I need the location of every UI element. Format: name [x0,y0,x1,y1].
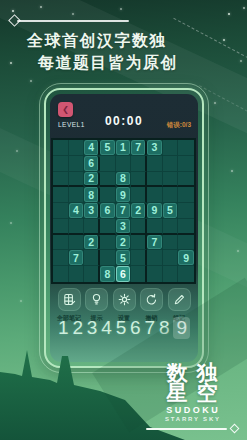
sudoku-cell-r8c7[interactable] [147,250,163,266]
logo-zh-line2: 星空 [146,383,247,403]
star [10,62,12,64]
sudoku-cell-r4c7[interactable] [147,187,163,203]
bulb-icon [90,293,103,306]
logo-en-line2: STARRY SKY [146,416,240,422]
logo-rule-diamond-icon [230,424,240,434]
sudoku-cell-r1c5[interactable]: 1 [116,140,132,156]
gear-icon [118,293,131,306]
sudoku-cell-r4c6[interactable] [131,187,147,203]
sudoku-cell-r3c5[interactable]: 8 [116,172,132,188]
hero-title-line2: 每道题目皆为原创 [38,53,178,74]
sudoku-cell-r2c8[interactable] [163,156,179,172]
sudoku-cell-r6c8[interactable] [163,219,179,235]
shooting-star-streak [199,85,247,112]
sudoku-cell-r1c6[interactable]: 7 [131,140,147,156]
star [16,150,18,152]
logo-rule-bar [146,428,227,430]
sudoku-cell-r9c8[interactable] [163,266,179,282]
sudoku-cell-r8c5[interactable]: 5 [116,250,132,266]
sudoku-cell-r8c8[interactable] [163,250,179,266]
star [223,39,225,41]
设置-button[interactable] [113,288,136,311]
sudoku-cell-r9c9[interactable] [178,266,194,282]
sudoku-cell-r4c2[interactable] [69,187,85,203]
提示-button[interactable] [85,288,108,311]
sudoku-cell-r8c6[interactable] [131,250,147,266]
sudoku-cell-r7c5[interactable]: 2 [116,235,132,251]
sudoku-cell-r2c1[interactable] [53,156,69,172]
star [228,13,230,15]
sudoku-cell-r1c4[interactable]: 5 [100,140,116,156]
sudoku-cell-r5c7[interactable]: 9 [147,203,163,219]
sudoku-cell-r4c3[interactable]: 8 [84,187,100,203]
logo-zh-line1: 数独 [146,363,247,383]
title-rule-line [17,20,129,22]
logo-rule [146,425,238,432]
sudoku-cell-r5c6[interactable]: 2 [131,203,147,219]
sudoku-cell-r4c4[interactable] [100,187,116,203]
sudoku-cell-r7c3[interactable]: 2 [84,235,100,251]
sudoku-cell-r6c3[interactable] [84,219,100,235]
笔记-button[interactable] [168,288,191,311]
back-chevron-icon: ❮ [62,106,69,114]
star [20,300,22,302]
sudoku-cell-r4c1[interactable] [53,187,69,203]
sudoku-cell-r5c8[interactable]: 5 [163,203,179,219]
pencil-icon [173,293,186,306]
sudoku-cell-r5c9[interactable] [178,203,194,219]
sudoku-cell-r3c6[interactable] [131,172,147,188]
sudoku-cell-r2c4[interactable] [100,156,116,172]
sudoku-cell-r7c9[interactable] [178,235,194,251]
sudoku-cell-r3c7[interactable] [147,172,163,188]
star [237,250,239,252]
app-logo: 数独 星空 SUDOKU STARRY SKY [146,363,238,432]
sudoku-cell-r5c5[interactable]: 7 [116,203,132,219]
sudoku-cell-r9c7[interactable] [147,266,163,282]
star [30,80,32,82]
sudoku-cell-r2c9[interactable] [178,156,194,172]
star [240,60,242,62]
sudoku-cell-r1c1[interactable] [53,140,69,156]
sudoku-cell-r4c8[interactable] [163,187,179,203]
sudoku-cell-r3c9[interactable] [178,172,194,188]
sudoku-cell-r6c1[interactable] [53,219,69,235]
sudoku-cell-r7c1[interactable] [53,235,69,251]
sudoku-cell-r6c5[interactable]: 3 [116,219,132,235]
sudoku-cell-r6c2[interactable] [69,219,85,235]
sudoku-cell-r3c2[interactable] [69,172,85,188]
sudoku-cell-r5c4[interactable]: 6 [100,203,116,219]
sudoku-cell-r2c2[interactable] [69,156,85,172]
sudoku-cell-r3c1[interactable] [53,172,69,188]
star [120,8,122,10]
sudoku-cell-r6c7[interactable] [147,219,163,235]
sudoku-cell-r7c6[interactable] [131,235,147,251]
sudoku-cell-r3c8[interactable] [163,172,179,188]
star [243,7,245,9]
sudoku-cell-r7c7[interactable]: 7 [147,235,163,251]
star [10,222,12,224]
sudoku-cell-r9c2[interactable] [69,266,85,282]
undo-icon [145,293,158,306]
sudoku-cell-r9c3[interactable] [84,266,100,282]
sudoku-cell-r1c2[interactable] [69,140,85,156]
sudoku-cell-r6c4[interactable] [100,219,116,235]
全部笔记-button[interactable] [58,288,81,311]
sudoku-cell-r5c1[interactable] [53,203,69,219]
sudoku-cell-r9c4[interactable]: 8 [100,266,116,282]
sudoku-cell-r9c6[interactable] [131,266,147,282]
sudoku-cell-r1c7[interactable]: 3 [147,140,163,156]
sudoku-cell-r7c2[interactable] [69,235,85,251]
sudoku-cell-r2c3[interactable]: 6 [84,156,100,172]
sudoku-cell-r2c5[interactable] [116,156,132,172]
sudoku-cell-r3c4[interactable] [100,172,116,188]
sudoku-cell-r5c2[interactable]: 4 [69,203,85,219]
sudoku-cell-r8c4[interactable] [100,250,116,266]
app-background: 全球首创汉字数独 每道题目皆为原创 ❮ LEVEL1 00:00 错误:0/3 … [0,0,247,440]
sudoku-cell-r6c6[interactable] [131,219,147,235]
sudoku-cell-r1c9[interactable] [178,140,194,156]
sudoku-cell-r1c3[interactable]: 4 [84,140,100,156]
hero-title-line1: 全球首创汉字数独 [27,31,167,52]
sudoku-cell-r2c6[interactable] [131,156,147,172]
shooting-star-streak [173,18,247,63]
sudoku-cell-r1c8[interactable] [163,140,179,156]
sudoku-cell-r8c3[interactable] [84,250,100,266]
sudoku-cell-r8c1[interactable] [53,250,69,266]
sudoku-cell-r4c9[interactable] [178,187,194,203]
star [214,102,216,104]
sudoku-cell-r8c9[interactable]: 9 [178,250,194,266]
sudoku-cell-r2c7[interactable] [147,156,163,172]
sudoku-cell-r5c3[interactable]: 3 [84,203,100,219]
sudoku-cell-r7c4[interactable] [100,235,116,251]
撤销-button[interactable] [140,288,163,311]
sudoku-cell-r4c5[interactable]: 9 [116,187,132,203]
logo-en-line1: SUDOKU [146,405,241,415]
sudoku-cell-r6c9[interactable] [178,219,194,235]
star [72,13,74,15]
notes-grid-icon [63,293,76,306]
mistakes-counter: 错误:0/3 [167,121,191,130]
sudoku-cell-r9c5[interactable]: 6 [116,266,132,282]
sudoku-board: 45173628894367295322775986 [51,138,196,284]
star [231,170,233,172]
sudoku-cell-r7c8[interactable] [163,235,179,251]
star [40,6,42,8]
sudoku-cell-r3c3[interactable]: 2 [84,172,100,188]
sudoku-cell-r8c2[interactable]: 7 [69,250,85,266]
sudoku-cell-r9c1[interactable] [53,266,69,282]
star [12,10,14,12]
